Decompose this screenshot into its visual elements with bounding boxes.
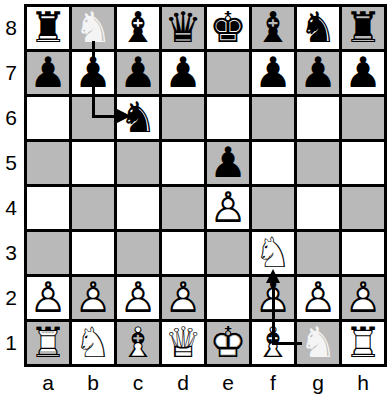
piece-white-knight-fill: ♞ [252, 232, 294, 274]
square-h2[interactable]: ♟♙ [342, 277, 384, 319]
piece-black-rook[interactable]: ♜ [342, 7, 384, 49]
square-d7[interactable]: ♟ [162, 52, 204, 94]
square-h1[interactable]: ♜♖ [342, 322, 384, 364]
arrow-b8-c6-shaft-h [92, 115, 118, 118]
square-e7[interactable] [207, 52, 249, 94]
piece-white-pawn-outline: ♙ [117, 277, 159, 319]
arrow-b8-c6-head [117, 109, 131, 123]
square-b3[interactable] [72, 232, 114, 274]
square-c7[interactable]: ♟ [117, 52, 159, 94]
square-a4[interactable] [27, 187, 69, 229]
piece-white-pawn-fill: ♟ [27, 277, 69, 319]
square-a6[interactable] [27, 97, 69, 139]
file-label-g: g [297, 370, 339, 396]
square-g4[interactable] [297, 187, 339, 229]
piece-white-rook[interactable]: ♜♖ [342, 322, 384, 364]
piece-black-bishop[interactable]: ♝ [252, 7, 294, 49]
square-e4[interactable]: ♟♙ [207, 187, 249, 229]
piece-white-knight-outline: ♘ [72, 322, 114, 364]
arrow-g1-f3-shaft-h [272, 342, 303, 345]
piece-white-pawn-fill: ♟ [117, 277, 159, 319]
chess-board: ♜♞♝♛♚♝♞♜♟♟♟♟♟♟♟♞♟♟♙♞♘♟♙♟♙♟♙♟♙♟♙♟♙♟♙♜♖♞♘♝… [24, 4, 387, 367]
piece-white-knight-outline: ♘ [252, 232, 294, 274]
piece-white-pawn[interactable]: ♟♙ [162, 277, 204, 319]
square-c2[interactable]: ♟♙ [117, 277, 159, 319]
piece-black-pawn[interactable]: ♟ [252, 52, 294, 94]
piece-white-pawn-outline: ♙ [72, 277, 114, 319]
square-h3[interactable] [342, 232, 384, 274]
square-e6[interactable] [207, 97, 249, 139]
square-c3[interactable] [117, 232, 159, 274]
square-a1[interactable]: ♜♖ [27, 322, 69, 364]
square-b4[interactable] [72, 187, 114, 229]
piece-white-pawn-fill: ♟ [297, 277, 339, 319]
file-label-e: e [207, 370, 249, 396]
rank-label-8: 8 [0, 7, 22, 49]
square-a5[interactable] [27, 142, 69, 184]
piece-white-rook-fill: ♜ [342, 322, 384, 364]
arrow-g1-f3-head [266, 269, 280, 283]
rank-label-3: 3 [0, 232, 22, 274]
piece-white-pawn-fill: ♟ [207, 187, 249, 229]
square-a7[interactable]: ♟ [27, 52, 69, 94]
square-f6[interactable] [252, 97, 294, 139]
square-h7[interactable]: ♟ [342, 52, 384, 94]
piece-white-king-outline: ♔ [207, 322, 249, 364]
piece-white-bishop-fill: ♝ [117, 322, 159, 364]
square-d8[interactable]: ♛ [162, 7, 204, 49]
square-b1[interactable]: ♞♘ [72, 322, 114, 364]
piece-white-queen-outline: ♕ [162, 322, 204, 364]
piece-white-pawn-outline: ♙ [342, 277, 384, 319]
piece-black-pawn[interactable]: ♟ [297, 52, 339, 94]
file-label-d: d [162, 370, 204, 396]
piece-black-queen[interactable]: ♛ [162, 7, 204, 49]
square-d6[interactable] [162, 97, 204, 139]
piece-white-pawn[interactable]: ♟♙ [27, 277, 69, 319]
square-c8[interactable]: ♝ [117, 7, 159, 49]
rank-label-2: 2 [0, 277, 22, 319]
piece-white-king[interactable]: ♚♔ [207, 322, 249, 364]
piece-black-king[interactable]: ♚ [207, 7, 249, 49]
square-g1[interactable]: ♞ [297, 322, 339, 364]
square-g5[interactable] [297, 142, 339, 184]
piece-black-pawn[interactable]: ♟ [162, 52, 204, 94]
square-f4[interactable] [252, 187, 294, 229]
square-d5[interactable] [162, 142, 204, 184]
square-e5[interactable]: ♟ [207, 142, 249, 184]
square-f5[interactable] [252, 142, 294, 184]
piece-white-pawn-outline: ♙ [207, 187, 249, 229]
piece-white-knight[interactable]: ♞♘ [252, 232, 294, 274]
piece-white-queen-fill: ♛ [162, 322, 204, 364]
piece-white-queen[interactable]: ♛♕ [162, 322, 204, 364]
square-f8[interactable]: ♝ [252, 7, 294, 49]
piece-white-rook-outline: ♖ [27, 322, 69, 364]
square-f3[interactable]: ♞♘ [252, 232, 294, 274]
square-e3[interactable] [207, 232, 249, 274]
rank-label-7: 7 [0, 52, 22, 94]
square-g6[interactable] [297, 97, 339, 139]
file-label-f: f [252, 370, 294, 396]
piece-white-pawn-fill: ♟ [342, 277, 384, 319]
square-d1[interactable]: ♛♕ [162, 322, 204, 364]
piece-black-rook[interactable]: ♜ [27, 7, 69, 49]
piece-white-pawn[interactable]: ♟♙ [72, 277, 114, 319]
piece-white-pawn-outline: ♙ [162, 277, 204, 319]
file-label-h: h [342, 370, 384, 396]
piece-black-bishop[interactable]: ♝ [117, 7, 159, 49]
piece-ghost-knight[interactable]: ♞ [297, 322, 339, 364]
piece-white-bishop-outline: ♗ [117, 322, 159, 364]
square-c4[interactable] [117, 187, 159, 229]
square-a2[interactable]: ♟♙ [27, 277, 69, 319]
square-h4[interactable] [342, 187, 384, 229]
square-e2[interactable] [207, 277, 249, 319]
piece-black-pawn[interactable]: ♟ [207, 142, 249, 184]
square-a3[interactable] [27, 232, 69, 274]
piece-white-pawn[interactable]: ♟♙ [207, 187, 249, 229]
square-h5[interactable] [342, 142, 384, 184]
square-d4[interactable] [162, 187, 204, 229]
piece-white-rook[interactable]: ♜♖ [27, 322, 69, 364]
piece-white-pawn[interactable]: ♟♙ [342, 277, 384, 319]
square-g3[interactable] [297, 232, 339, 274]
piece-black-pawn[interactable]: ♟ [342, 52, 384, 94]
piece-white-king-fill: ♚ [207, 322, 249, 364]
piece-white-knight[interactable]: ♞♘ [72, 322, 114, 364]
rank-label-5: 5 [0, 142, 22, 184]
square-g7[interactable]: ♟ [297, 52, 339, 94]
square-d2[interactable]: ♟♙ [162, 277, 204, 319]
file-label-c: c [117, 370, 159, 396]
piece-white-bishop[interactable]: ♝♗ [117, 322, 159, 364]
arrow-g1-f3-shaft-v [272, 283, 275, 345]
rank-label-1: 1 [0, 322, 22, 364]
piece-white-pawn[interactable]: ♟♙ [297, 277, 339, 319]
piece-white-pawn-outline: ♙ [297, 277, 339, 319]
piece-black-pawn[interactable]: ♟ [117, 52, 159, 94]
piece-white-pawn-fill: ♟ [72, 277, 114, 319]
piece-white-rook-outline: ♖ [342, 322, 384, 364]
rank-label-6: 6 [0, 97, 22, 139]
square-g8[interactable]: ♞ [297, 7, 339, 49]
arrow-b8-c6-shaft-v [92, 41, 95, 118]
piece-black-pawn[interactable]: ♟ [27, 52, 69, 94]
square-h6[interactable] [342, 97, 384, 139]
rank-label-4: 4 [0, 187, 22, 229]
piece-black-knight[interactable]: ♞ [297, 7, 339, 49]
square-c1[interactable]: ♝♗ [117, 322, 159, 364]
square-g2[interactable]: ♟♙ [297, 277, 339, 319]
file-label-b: b [72, 370, 114, 396]
chess-diagram: 87654321 ♜♞♝♛♚♝♞♜♟♟♟♟♟♟♟♞♟♟♙♞♘♟♙♟♙♟♙♟♙♟♙… [0, 0, 391, 400]
square-a8[interactable]: ♜ [27, 7, 69, 49]
piece-white-rook-fill: ♜ [27, 322, 69, 364]
piece-white-knight-fill: ♞ [72, 322, 114, 364]
square-b2[interactable]: ♟♙ [72, 277, 114, 319]
piece-white-pawn[interactable]: ♟♙ [117, 277, 159, 319]
piece-white-pawn-outline: ♙ [27, 277, 69, 319]
square-f7[interactable]: ♟ [252, 52, 294, 94]
file-label-a: a [27, 370, 69, 396]
square-h8[interactable]: ♜ [342, 7, 384, 49]
square-d3[interactable] [162, 232, 204, 274]
square-b5[interactable] [72, 142, 114, 184]
square-c5[interactable] [117, 142, 159, 184]
square-e1[interactable]: ♚♔ [207, 322, 249, 364]
square-e8[interactable]: ♚ [207, 7, 249, 49]
piece-white-pawn-fill: ♟ [162, 277, 204, 319]
